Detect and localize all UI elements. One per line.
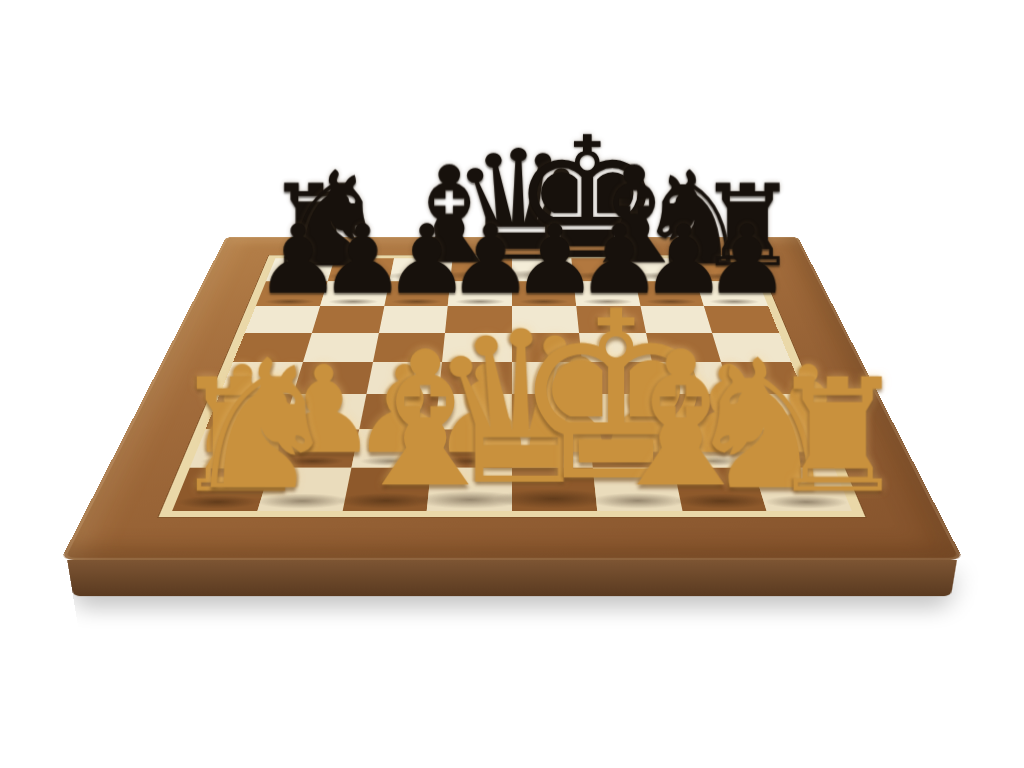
board-grid: ♜♞♝♛♚♝♞♜♟♟♟♟♟♟♟♟♟♟♟♟♟♟♟♟♜♞♝♛♚♝♞♜ [172, 258, 852, 511]
square-g1[interactable]: ♞ [673, 468, 767, 511]
piece-white-bishop[interactable]: ♝ [341, 328, 426, 514]
piece-white-rook[interactable]: ♜ [768, 358, 853, 515]
piece-white-bishop[interactable]: ♝ [597, 328, 682, 514]
piece-white-knight[interactable]: ♞ [256, 336, 341, 515]
board-frame: ♜♞♝♛♚♝♞♜♟♟♟♟♟♟♟♟♟♟♟♟♟♟♟♟♜♞♝♛♚♝♞♜ [61, 237, 964, 560]
piece-white-queen[interactable]: ♛ [427, 304, 512, 514]
piece-black-pawn[interactable]: ♟ [255, 212, 319, 308]
square-e1[interactable]: ♚ [512, 468, 597, 511]
square-b7[interactable]: ♟ [320, 281, 389, 306]
piece-white-king[interactable]: ♚ [512, 282, 597, 514]
square-d1[interactable]: ♛ [427, 468, 512, 511]
board-photo-scene: ♜♞♝♛♚♝♞♜♟♟♟♟♟♟♟♟♟♟♟♟♟♟♟♟♜♞♝♛♚♝♞♜ [0, 0, 1024, 768]
square-h1[interactable]: ♜ [754, 468, 852, 511]
square-a7[interactable]: ♟ [256, 281, 328, 306]
square-b1[interactable]: ♞ [257, 468, 351, 511]
piece-black-pawn[interactable]: ♟ [319, 212, 383, 308]
board-front-edge [67, 560, 957, 596]
square-c1[interactable]: ♝ [342, 468, 431, 511]
piece-white-knight[interactable]: ♞ [683, 336, 768, 515]
chess-board: ♜♞♝♛♚♝♞♜♟♟♟♟♟♟♟♟♟♟♟♟♟♟♟♟♜♞♝♛♚♝♞♜ [61, 237, 964, 560]
square-f1[interactable]: ♝ [593, 468, 682, 511]
board-inner-border: ♜♞♝♛♚♝♞♜♟♟♟♟♟♟♟♟♟♟♟♟♟♟♟♟♜♞♝♛♚♝♞♜ [159, 255, 866, 516]
